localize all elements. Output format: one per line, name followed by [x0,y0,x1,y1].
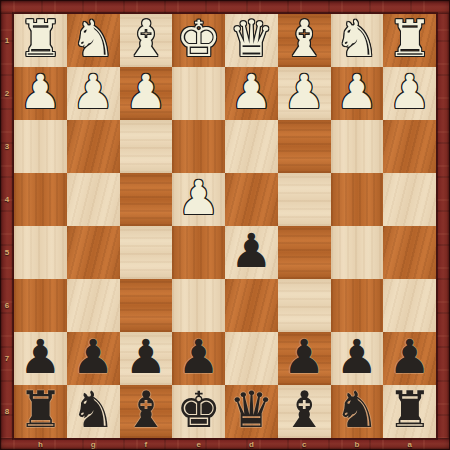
square-e1[interactable]: ♚ [172,14,225,67]
file-label-f: f [120,438,173,450]
square-f3[interactable] [120,120,173,173]
square-b7[interactable]: ♟ [331,332,384,385]
square-c8[interactable]: ♝ [278,385,331,438]
square-f2[interactable]: ♟ [120,67,173,120]
square-b8[interactable]: ♞ [331,385,384,438]
square-c5[interactable] [278,226,331,279]
rank-label-5: 5 [0,226,14,279]
black-knight[interactable]: ♞ [71,385,116,435]
rank-label-1: 1 [0,14,14,67]
file-label-a: a [383,438,436,450]
square-h3[interactable] [14,120,67,173]
white-rook[interactable]: ♜ [18,14,63,64]
rank-labels: 12345678 [0,14,14,438]
square-h5[interactable] [14,226,67,279]
square-b2[interactable]: ♟ [331,67,384,120]
white-pawn[interactable]: ♟ [230,68,272,115]
black-knight[interactable]: ♞ [334,385,379,435]
black-rook[interactable]: ♜ [18,385,63,435]
rank-label-6: 6 [0,279,14,332]
square-c1[interactable]: ♝ [278,14,331,67]
white-pawn[interactable]: ♟ [125,68,167,115]
square-a7[interactable]: ♟ [383,332,436,385]
square-h2[interactable]: ♟ [14,67,67,120]
square-b5[interactable] [331,226,384,279]
rank-label-3: 3 [0,120,14,173]
square-a8[interactable]: ♜ [383,385,436,438]
rank-label-4: 4 [0,173,14,226]
square-a6[interactable] [383,279,436,332]
file-labels: hgfedcba [14,438,436,450]
file-label-d: d [225,438,278,450]
square-g2[interactable]: ♟ [67,67,120,120]
rank-label-7: 7 [0,332,14,385]
square-g5[interactable] [67,226,120,279]
square-c6[interactable] [278,279,331,332]
white-knight[interactable]: ♞ [71,14,116,64]
white-pawn[interactable]: ♟ [283,68,325,115]
white-bishop[interactable]: ♝ [282,14,327,64]
black-king[interactable]: ♚ [176,385,221,435]
square-e7[interactable]: ♟ [172,332,225,385]
white-bishop[interactable]: ♝ [123,14,168,64]
square-e6[interactable] [172,279,225,332]
square-b6[interactable] [331,279,384,332]
square-a2[interactable]: ♟ [383,67,436,120]
square-f7[interactable]: ♟ [120,332,173,385]
black-pawn[interactable]: ♟ [72,333,114,380]
square-d4[interactable] [225,173,278,226]
file-label-g: g [67,438,120,450]
square-c3[interactable] [278,120,331,173]
file-label-h: h [14,438,67,450]
square-a1[interactable]: ♜ [383,14,436,67]
black-pawn[interactable]: ♟ [19,333,61,380]
black-pawn[interactable]: ♟ [125,333,167,380]
square-b4[interactable] [331,173,384,226]
board-frame-top [0,0,450,14]
board-grid: ♜♞♝♚♛♝♞♜♟♟♟♟♟♟♟♟♟♟♟♟♟♟♟♟♜♞♝♚♛♝♞♜ [14,14,436,438]
white-king[interactable]: ♚ [176,14,221,64]
rank-label-8: 8 [0,385,14,438]
square-h1[interactable]: ♜ [14,14,67,67]
file-label-c: c [278,438,331,450]
square-e5[interactable] [172,226,225,279]
square-b1[interactable]: ♞ [331,14,384,67]
square-d1[interactable]: ♛ [225,14,278,67]
square-f6[interactable] [120,279,173,332]
black-pawn[interactable]: ♟ [336,333,378,380]
black-pawn[interactable]: ♟ [389,333,431,380]
square-d6[interactable] [225,279,278,332]
square-f5[interactable] [120,226,173,279]
square-h8[interactable]: ♜ [14,385,67,438]
square-e8[interactable]: ♚ [172,385,225,438]
white-pawn[interactable]: ♟ [72,68,114,115]
square-d2[interactable]: ♟ [225,67,278,120]
square-h4[interactable] [14,173,67,226]
square-d3[interactable] [225,120,278,173]
square-e2[interactable] [172,67,225,120]
square-e3[interactable] [172,120,225,173]
square-c7[interactable]: ♟ [278,332,331,385]
black-rook[interactable]: ♜ [387,385,432,435]
square-g8[interactable]: ♞ [67,385,120,438]
black-pawn[interactable]: ♟ [178,333,220,380]
white-knight[interactable]: ♞ [334,14,379,64]
square-g7[interactable]: ♟ [67,332,120,385]
square-g6[interactable] [67,279,120,332]
square-a3[interactable] [383,120,436,173]
square-g4[interactable] [67,173,120,226]
square-c4[interactable] [278,173,331,226]
white-pawn[interactable]: ♟ [389,68,431,115]
black-bishop[interactable]: ♝ [282,385,327,435]
white-pawn[interactable]: ♟ [178,174,220,221]
square-f4[interactable] [120,173,173,226]
black-pawn[interactable]: ♟ [230,227,272,274]
board-frame-right [436,0,450,450]
square-e4[interactable]: ♟ [172,173,225,226]
white-pawn[interactable]: ♟ [19,68,61,115]
black-pawn[interactable]: ♟ [283,333,325,380]
square-g3[interactable] [67,120,120,173]
black-bishop[interactable]: ♝ [123,385,168,435]
square-h6[interactable] [14,279,67,332]
square-f1[interactable]: ♝ [120,14,173,67]
file-label-e: e [172,438,225,450]
square-d5[interactable]: ♟ [225,226,278,279]
square-a5[interactable] [383,226,436,279]
square-f8[interactable]: ♝ [120,385,173,438]
white-queen[interactable]: ♛ [229,14,274,64]
chessboard: ♜♞♝♚♛♝♞♜♟♟♟♟♟♟♟♟♟♟♟♟♟♟♟♟♜♞♝♚♛♝♞♜ 1234567… [0,0,450,450]
square-d7[interactable] [225,332,278,385]
white-pawn[interactable]: ♟ [336,68,378,115]
square-c2[interactable]: ♟ [278,67,331,120]
square-d8[interactable]: ♛ [225,385,278,438]
file-label-b: b [331,438,384,450]
square-b3[interactable] [331,120,384,173]
black-queen[interactable]: ♛ [229,385,274,435]
square-g1[interactable]: ♞ [67,14,120,67]
square-a4[interactable] [383,173,436,226]
white-rook[interactable]: ♜ [387,14,432,64]
square-h7[interactable]: ♟ [14,332,67,385]
rank-label-2: 2 [0,67,14,120]
